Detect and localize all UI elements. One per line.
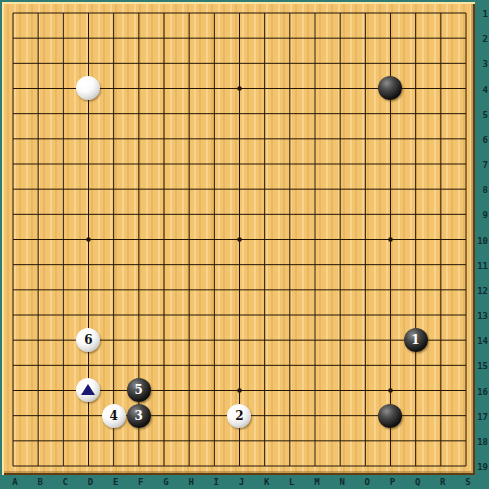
stone-black-move-1: 1 (404, 328, 428, 352)
column-coordinates: ABCDEFGHIJKLMNOPQRS (2, 476, 475, 489)
column-label-F: F (138, 476, 143, 489)
column-label-P: P (390, 476, 395, 489)
row-coordinates: 12345678910111213141516171819 (475, 2, 489, 475)
column-label-E: E (113, 476, 118, 489)
column-label-N: N (339, 476, 344, 489)
row-label-4: 4 (483, 85, 488, 95)
stone-move-number: 4 (109, 410, 117, 422)
column-label-I: I (214, 476, 219, 489)
row-label-7: 7 (483, 160, 488, 170)
stone-white-move-4: 4 (102, 404, 126, 428)
column-label-B: B (37, 476, 42, 489)
stone-move-number: 2 (235, 410, 243, 422)
stone-move-number: 5 (135, 384, 143, 396)
stone-black-move-3: 3 (127, 404, 151, 428)
column-label-D: D (88, 476, 93, 489)
row-label-14: 14 (477, 336, 488, 346)
stone-move-number: 3 (135, 410, 143, 422)
go-board[interactable]: 615432 (2, 2, 475, 475)
column-label-A: A (12, 476, 17, 489)
column-label-C: C (63, 476, 68, 489)
triangle-marker-icon (81, 384, 95, 395)
column-label-J: J (239, 476, 244, 489)
column-label-L: L (289, 476, 294, 489)
stone-layer: 615432 (0, 0, 478, 478)
row-label-6: 6 (483, 135, 488, 145)
row-label-1: 1 (483, 9, 488, 19)
row-label-3: 3 (483, 59, 488, 69)
stone-move-number: 6 (84, 334, 92, 346)
row-label-8: 8 (483, 185, 488, 195)
go-app-window: 615432 ABCDEFGHIJKLMNOPQRS 1234567891011… (0, 0, 489, 489)
row-label-18: 18 (477, 437, 488, 447)
row-label-11: 11 (477, 261, 488, 271)
stone-white-move-2: 2 (227, 404, 251, 428)
column-label-H: H (188, 476, 193, 489)
row-label-9: 9 (483, 210, 488, 220)
row-label-15: 15 (477, 361, 488, 371)
stone-black (378, 76, 402, 100)
stone-white-move-6: 6 (76, 328, 100, 352)
column-label-S: S (465, 476, 470, 489)
column-label-K: K (264, 476, 269, 489)
column-label-O: O (365, 476, 370, 489)
row-label-2: 2 (483, 34, 488, 44)
column-label-G: G (163, 476, 168, 489)
row-label-19: 19 (477, 462, 488, 472)
stone-black-move-5: 5 (127, 378, 151, 402)
row-label-13: 13 (477, 311, 488, 321)
stone-white-marked (76, 378, 100, 402)
stone-move-number: 1 (411, 334, 419, 346)
stone-white (76, 76, 100, 100)
column-label-R: R (440, 476, 445, 489)
row-label-12: 12 (477, 286, 488, 296)
row-label-10: 10 (477, 236, 488, 246)
row-label-16: 16 (477, 387, 488, 397)
stone-black (378, 404, 402, 428)
column-label-M: M (314, 476, 319, 489)
row-label-5: 5 (483, 110, 488, 120)
row-label-17: 17 (477, 412, 488, 422)
column-label-Q: Q (415, 476, 420, 489)
